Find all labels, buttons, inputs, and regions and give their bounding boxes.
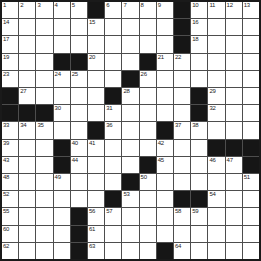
block-cell-r6c1 xyxy=(2,88,18,104)
clue-number-18: 18 xyxy=(192,36,198,43)
grid-cell-r7c4[interactable]: 30 xyxy=(54,105,70,121)
clue-number-56: 56 xyxy=(89,208,95,215)
grid-cell-r15c6[interactable]: 63 xyxy=(88,243,104,259)
clue-number-1: 1 xyxy=(3,2,6,9)
grid-cell-r4c8[interactable] xyxy=(122,54,138,70)
block-cell-r12c12 xyxy=(191,191,207,207)
grid-cell-r15c3[interactable] xyxy=(36,243,52,259)
crossword-board: 1234567891011121314151617181920212223242… xyxy=(0,0,261,261)
grid-cell-r2c14[interactable] xyxy=(226,19,242,35)
block-cell-r2c11 xyxy=(174,19,190,35)
grid-cell-r6c11[interactable] xyxy=(174,88,190,104)
grid-cell-r14c15[interactable] xyxy=(243,226,259,242)
grid-cell-r7c6[interactable] xyxy=(88,105,104,121)
grid-cell-r13c9[interactable] xyxy=(140,208,156,224)
grid-cell-r1c12[interactable]: 10 xyxy=(191,2,207,18)
grid-cell-r3c13[interactable] xyxy=(208,36,224,52)
grid-cell-r8c2[interactable]: 34 xyxy=(19,122,35,138)
clue-number-20: 20 xyxy=(89,54,95,61)
clue-number-52: 52 xyxy=(3,191,9,198)
grid-cell-r10c10[interactable]: 45 xyxy=(157,157,173,173)
grid-cell-r1c3[interactable]: 3 xyxy=(36,2,52,18)
grid-cell-r10c1[interactable]: 43 xyxy=(2,157,18,173)
grid-cell-r2c5[interactable] xyxy=(71,19,87,35)
grid-cell-r2c10[interactable] xyxy=(157,19,173,35)
grid-cell-r5c10[interactable] xyxy=(157,71,173,87)
grid-cell-r6c15[interactable] xyxy=(243,88,259,104)
clue-number-27: 27 xyxy=(20,88,26,95)
grid-cell-r1c9[interactable]: 8 xyxy=(140,2,156,18)
block-cell-r1c11 xyxy=(174,2,190,18)
block-cell-r12c7 xyxy=(105,191,121,207)
grid-cell-r3c1[interactable]: 17 xyxy=(2,36,18,52)
clue-number-64: 64 xyxy=(175,243,181,250)
block-cell-r10c15 xyxy=(243,157,259,173)
grid-cell-r7c8[interactable] xyxy=(122,105,138,121)
grid-cell-r5c2[interactable] xyxy=(19,71,35,87)
grid-cell-r9c6[interactable]: 41 xyxy=(88,140,104,156)
block-cell-r9c14 xyxy=(226,140,242,156)
grid-cell-r5c6[interactable] xyxy=(88,71,104,87)
clue-number-15: 15 xyxy=(89,19,95,26)
grid-cell-r7c7[interactable]: 31 xyxy=(105,105,121,121)
clue-number-29: 29 xyxy=(209,88,215,95)
grid-cell-r14c8[interactable] xyxy=(122,226,138,242)
grid-cell-r10c8[interactable] xyxy=(122,157,138,173)
grid-cell-r15c2[interactable] xyxy=(19,243,35,259)
grid-cell-r13c12[interactable]: 59 xyxy=(191,208,207,224)
block-cell-r13c5 xyxy=(71,208,87,224)
grid-cell-r2c13[interactable] xyxy=(208,19,224,35)
clue-number-31: 31 xyxy=(106,105,112,112)
clue-number-34: 34 xyxy=(20,122,26,129)
clue-number-46: 46 xyxy=(209,157,215,164)
grid-cell-r14c4[interactable] xyxy=(54,226,70,242)
grid-cell-r12c2[interactable] xyxy=(19,191,35,207)
grid-cell-r9c3[interactable] xyxy=(36,140,52,156)
block-cell-r15c10 xyxy=(157,243,173,259)
grid-cell-r5c12[interactable] xyxy=(191,71,207,87)
clue-number-59: 59 xyxy=(192,208,198,215)
grid-cell-r3c5[interactable] xyxy=(71,36,87,52)
block-cell-r9c15 xyxy=(243,140,259,156)
clue-number-10: 10 xyxy=(192,2,198,9)
grid-cell-r1c7[interactable]: 6 xyxy=(105,2,121,18)
grid-cell-r5c9[interactable]: 26 xyxy=(140,71,156,87)
grid-cell-r4c6[interactable]: 20 xyxy=(88,54,104,70)
grid-cell-r13c2[interactable] xyxy=(19,208,35,224)
clue-number-41: 41 xyxy=(89,140,95,147)
grid-cell-r15c14[interactable] xyxy=(226,243,242,259)
grid-cell-r12c1[interactable]: 52 xyxy=(2,191,18,207)
grid-cell-r15c15[interactable] xyxy=(243,243,259,259)
grid-cell-r11c13[interactable] xyxy=(208,174,224,190)
grid-cell-r12c14[interactable] xyxy=(226,191,242,207)
block-cell-r9c13 xyxy=(208,140,224,156)
block-cell-r4c9 xyxy=(140,54,156,70)
grid-cell-r9c1[interactable]: 39 xyxy=(2,140,18,156)
grid-cell-r14c11[interactable] xyxy=(174,226,190,242)
grid-cell-r2c3[interactable] xyxy=(36,19,52,35)
grid-cell-r12c6[interactable] xyxy=(88,191,104,207)
grid-cell-r7c10[interactable] xyxy=(157,105,173,121)
clue-number-19: 19 xyxy=(3,54,9,61)
clue-number-33: 33 xyxy=(3,122,9,129)
clue-number-7: 7 xyxy=(123,2,126,9)
grid-cell-r2c1[interactable]: 14 xyxy=(2,19,18,35)
clue-number-21: 21 xyxy=(158,54,164,61)
grid-cell-r9c12[interactable] xyxy=(191,140,207,156)
clue-number-61: 61 xyxy=(89,226,95,233)
grid-cell-r2c15[interactable] xyxy=(243,19,259,35)
block-cell-r10c9 xyxy=(140,157,156,173)
grid-cell-r13c10[interactable] xyxy=(157,208,173,224)
grid-cell-r1c13[interactable]: 11 xyxy=(208,2,224,18)
grid-cell-r13c14[interactable] xyxy=(226,208,242,224)
grid-cell-r1c1[interactable]: 1 xyxy=(2,2,18,18)
block-cell-r11c8 xyxy=(122,174,138,190)
grid-cell-r10c5[interactable]: 44 xyxy=(71,157,87,173)
grid-cell-r13c7[interactable]: 57 xyxy=(105,208,121,224)
grid-cell-r14c6[interactable]: 61 xyxy=(88,226,104,242)
grid-cell-r2c7[interactable] xyxy=(105,19,121,35)
grid-cell-r7c9[interactable] xyxy=(140,105,156,121)
grid-cell-r9c9[interactable] xyxy=(140,140,156,156)
grid-cell-r6c8[interactable]: 28 xyxy=(122,88,138,104)
grid-cell-r7c13[interactable]: 32 xyxy=(208,105,224,121)
grid-cell-r11c11[interactable] xyxy=(174,174,190,190)
clue-number-43: 43 xyxy=(3,157,9,164)
grid-cell-r2c8[interactable] xyxy=(122,19,138,35)
grid-cell-r6c14[interactable] xyxy=(226,88,242,104)
grid-cell-r5c1[interactable]: 23 xyxy=(2,71,18,87)
grid-cell-r4c15[interactable] xyxy=(243,54,259,70)
clue-number-8: 8 xyxy=(141,2,144,9)
grid-cell-r9c10[interactable]: 42 xyxy=(157,140,173,156)
clue-number-38: 38 xyxy=(192,122,198,129)
grid-cell-r9c8[interactable] xyxy=(122,140,138,156)
grid-cell-r3c15[interactable] xyxy=(243,36,259,52)
grid-cell-r4c14[interactable] xyxy=(226,54,242,70)
grid-cell-r6c10[interactable] xyxy=(157,88,173,104)
grid-cell-r11c9[interactable]: 50 xyxy=(140,174,156,190)
clue-number-55: 55 xyxy=(3,208,9,215)
grid-cell-r4c13[interactable] xyxy=(208,54,224,70)
clue-number-44: 44 xyxy=(72,157,78,164)
clue-number-12: 12 xyxy=(227,2,233,9)
grid-cell-r13c1[interactable]: 55 xyxy=(2,208,18,224)
grid-cell-r8c3[interactable]: 35 xyxy=(36,122,52,138)
grid-cell-r10c14[interactable]: 47 xyxy=(226,157,242,173)
grid-cell-r15c13[interactable] xyxy=(208,243,224,259)
clue-number-2: 2 xyxy=(20,2,23,9)
grid-cell-r3c7[interactable] xyxy=(105,36,121,52)
grid-cell-r2c12[interactable]: 16 xyxy=(191,19,207,35)
grid-cell-r13c4[interactable] xyxy=(54,208,70,224)
grid-cell-r5c5[interactable]: 25 xyxy=(71,71,87,87)
grid-cell-r6c2[interactable]: 27 xyxy=(19,88,35,104)
grid-cell-r1c15[interactable]: 13 xyxy=(243,2,259,18)
clue-number-11: 11 xyxy=(209,2,215,9)
grid-cell-r1c5[interactable]: 5 xyxy=(71,2,87,18)
block-cell-r4c4 xyxy=(54,54,70,70)
block-cell-r12c11 xyxy=(174,191,190,207)
grid-cell-r12c3[interactable] xyxy=(36,191,52,207)
grid-cell-r2c6[interactable]: 15 xyxy=(88,19,104,35)
grid-cell-r7c15[interactable] xyxy=(243,105,259,121)
grid-cell-r14c3[interactable] xyxy=(36,226,52,242)
grid-cell-r9c2[interactable] xyxy=(19,140,35,156)
grid-cell-r8c5[interactable] xyxy=(71,122,87,138)
grid-cell-r3c4[interactable] xyxy=(54,36,70,52)
grid-cell-r12c13[interactable]: 54 xyxy=(208,191,224,207)
clue-number-37: 37 xyxy=(175,122,181,129)
grid-cell-r2c2[interactable] xyxy=(19,19,35,35)
grid-cell-r2c9[interactable] xyxy=(140,19,156,35)
grid-cell-r8c11[interactable]: 37 xyxy=(174,122,190,138)
clue-number-3: 3 xyxy=(37,2,40,9)
grid-cell-r8c15[interactable] xyxy=(243,122,259,138)
grid-cell-r9c7[interactable] xyxy=(105,140,121,156)
block-cell-r8c10 xyxy=(157,122,173,138)
grid-cell-r1c2[interactable]: 2 xyxy=(19,2,35,18)
grid-cell-r3c14[interactable] xyxy=(226,36,242,52)
clue-number-42: 42 xyxy=(158,140,164,147)
clue-number-58: 58 xyxy=(175,208,181,215)
grid-cell-r14c2[interactable] xyxy=(19,226,35,242)
grid-cell-r3c6[interactable] xyxy=(88,36,104,52)
clue-number-28: 28 xyxy=(123,88,129,95)
clue-number-22: 22 xyxy=(175,54,181,61)
clue-number-4: 4 xyxy=(55,2,58,9)
grid-cell-r15c1[interactable]: 62 xyxy=(2,243,18,259)
grid-cell-r13c11[interactable]: 58 xyxy=(174,208,190,224)
grid-cell-r6c6[interactable] xyxy=(88,88,104,104)
grid-cell-r11c2[interactable] xyxy=(19,174,35,190)
grid-cell-r10c2[interactable] xyxy=(19,157,35,173)
clue-number-26: 26 xyxy=(141,71,147,78)
clue-number-57: 57 xyxy=(106,208,112,215)
clue-number-62: 62 xyxy=(3,243,9,250)
clue-number-32: 32 xyxy=(209,105,215,112)
block-cell-r9c4 xyxy=(54,140,70,156)
grid-cell-r1c10[interactable]: 9 xyxy=(157,2,173,18)
grid-cell-r14c14[interactable] xyxy=(226,226,242,242)
grid-cell-r10c3[interactable] xyxy=(36,157,52,173)
grid-cell-r12c15[interactable] xyxy=(243,191,259,207)
grid-cell-r5c11[interactable] xyxy=(174,71,190,87)
grid-cell-r7c5[interactable] xyxy=(71,105,87,121)
block-cell-r10c4 xyxy=(54,157,70,173)
grid-cell-r4c2[interactable] xyxy=(19,54,35,70)
grid-cell-r6c9[interactable] xyxy=(140,88,156,104)
grid-cell-r14c10[interactable] xyxy=(157,226,173,242)
grid-cell-r8c1[interactable]: 33 xyxy=(2,122,18,138)
grid-cell-r13c3[interactable] xyxy=(36,208,52,224)
grid-cell-r13c15[interactable] xyxy=(243,208,259,224)
block-cell-r6c7 xyxy=(105,88,121,104)
grid-cell-r11c12[interactable] xyxy=(191,174,207,190)
grid-cell-r10c11[interactable] xyxy=(174,157,190,173)
grid-cell-r4c3[interactable] xyxy=(36,54,52,70)
grid-cell-r12c10[interactable] xyxy=(157,191,173,207)
clue-number-35: 35 xyxy=(37,122,43,129)
grid-cell-r3c3[interactable] xyxy=(36,36,52,52)
grid-cell-r9c5[interactable]: 40 xyxy=(71,140,87,156)
grid-cell-r15c8[interactable] xyxy=(122,243,138,259)
grid-cell-r3c9[interactable] xyxy=(140,36,156,52)
clue-number-40: 40 xyxy=(72,140,78,147)
grid-cell-r14c1[interactable]: 60 xyxy=(2,226,18,242)
grid-cell-r13c6[interactable]: 56 xyxy=(88,208,104,224)
block-cell-r4c5 xyxy=(71,54,87,70)
grid-cell-r4c7[interactable] xyxy=(105,54,121,70)
grid-cell-r14c13[interactable] xyxy=(208,226,224,242)
block-cell-r14c5 xyxy=(71,226,87,242)
clue-number-24: 24 xyxy=(55,71,61,78)
grid-cell-r10c13[interactable]: 46 xyxy=(208,157,224,173)
grid-cell-r13c8[interactable] xyxy=(122,208,138,224)
grid-cell-r8c8[interactable] xyxy=(122,122,138,138)
grid-cell-r11c14[interactable] xyxy=(226,174,242,190)
grid-cell-r5c3[interactable] xyxy=(36,71,52,87)
clue-number-5: 5 xyxy=(72,2,75,9)
grid-cell-r5c7[interactable] xyxy=(105,71,121,87)
grid-cell-r8c9[interactable] xyxy=(140,122,156,138)
grid-cell-r1c8[interactable]: 7 xyxy=(122,2,138,18)
grid-cell-r13c13[interactable] xyxy=(208,208,224,224)
block-cell-r7c1 xyxy=(2,105,18,121)
clue-number-50: 50 xyxy=(141,174,147,181)
grid-cell-r5c15[interactable] xyxy=(243,71,259,87)
grid-cell-r4c10[interactable]: 21 xyxy=(157,54,173,70)
grid-cell-r12c9[interactable] xyxy=(140,191,156,207)
block-cell-r3c11 xyxy=(174,36,190,52)
clue-number-6: 6 xyxy=(106,2,109,9)
clue-number-54: 54 xyxy=(209,191,215,198)
grid-cell-r8c12[interactable]: 38 xyxy=(191,122,207,138)
block-cell-r7c12 xyxy=(191,105,207,121)
clue-number-45: 45 xyxy=(158,157,164,164)
clue-number-25: 25 xyxy=(72,71,78,78)
grid-cell-r4c12[interactable] xyxy=(191,54,207,70)
grid-cell-r10c12[interactable] xyxy=(191,157,207,173)
grid-cell-r10c6[interactable] xyxy=(88,157,104,173)
grid-cell-r3c8[interactable] xyxy=(122,36,138,52)
grid-cell-r15c4[interactable] xyxy=(54,243,70,259)
block-cell-r8c6 xyxy=(88,122,104,138)
clue-number-13: 13 xyxy=(244,2,250,9)
grid-cell-r14c12[interactable] xyxy=(191,226,207,242)
grid-cell-r5c13[interactable] xyxy=(208,71,224,87)
grid-cell-r11c15[interactable]: 51 xyxy=(243,174,259,190)
grid-cell-r6c4[interactable] xyxy=(54,88,70,104)
grid-cell-r8c4[interactable] xyxy=(54,122,70,138)
clue-number-63: 63 xyxy=(89,243,95,250)
grid-cell-r11c7[interactable] xyxy=(105,174,121,190)
grid-cell-r15c9[interactable] xyxy=(140,243,156,259)
grid-cell-r7c14[interactable] xyxy=(226,105,242,121)
grid-cell-r7c11[interactable] xyxy=(174,105,190,121)
clue-number-49: 49 xyxy=(55,174,61,181)
grid-cell-r8c14[interactable] xyxy=(226,122,242,138)
clue-number-51: 51 xyxy=(244,174,250,181)
clue-number-60: 60 xyxy=(3,226,9,233)
clue-number-14: 14 xyxy=(3,19,9,26)
grid-cell-r4c1[interactable]: 19 xyxy=(2,54,18,70)
grid-cell-r11c4[interactable]: 49 xyxy=(54,174,70,190)
grid-cell-r3c10[interactable] xyxy=(157,36,173,52)
clue-number-16: 16 xyxy=(192,19,198,26)
block-cell-r7c2 xyxy=(19,105,35,121)
clue-number-23: 23 xyxy=(3,71,9,78)
grid-cell-r1c4[interactable]: 4 xyxy=(54,2,70,18)
grid-cell-r1c14[interactable]: 12 xyxy=(226,2,242,18)
grid-cell-r11c10[interactable] xyxy=(157,174,173,190)
grid-cell-r4c11[interactable]: 22 xyxy=(174,54,190,70)
grid-cell-r12c4[interactable] xyxy=(54,191,70,207)
grid-cell-r12c8[interactable]: 53 xyxy=(122,191,138,207)
grid-cell-r8c13[interactable] xyxy=(208,122,224,138)
clue-number-36: 36 xyxy=(106,122,112,129)
grid-cell-r3c2[interactable] xyxy=(19,36,35,52)
clue-number-17: 17 xyxy=(3,36,9,43)
clue-number-9: 9 xyxy=(158,2,161,9)
block-cell-r7c3 xyxy=(36,105,52,121)
grid-cell-r15c7[interactable] xyxy=(105,243,121,259)
clue-number-39: 39 xyxy=(3,140,9,147)
grid-cell-r5c4[interactable]: 24 xyxy=(54,71,70,87)
grid-cell-r2c4[interactable] xyxy=(54,19,70,35)
block-cell-r15c5 xyxy=(71,243,87,259)
grid-cell-r9c11[interactable] xyxy=(174,140,190,156)
grid-cell-r14c9[interactable] xyxy=(140,226,156,242)
clue-number-48: 48 xyxy=(3,174,9,181)
grid-cell-r6c13[interactable]: 29 xyxy=(208,88,224,104)
block-cell-r6c12 xyxy=(191,88,207,104)
grid-cell-r5c14[interactable] xyxy=(226,71,242,87)
grid-cell-r10c7[interactable] xyxy=(105,157,121,173)
grid-cell-r15c12[interactable] xyxy=(191,243,207,259)
clue-number-47: 47 xyxy=(227,157,233,164)
grid-cell-r12c5[interactable] xyxy=(71,191,87,207)
grid-cell-r8c7[interactable]: 36 xyxy=(105,122,121,138)
grid-cell-r11c3[interactable] xyxy=(36,174,52,190)
grid-cell-r15c11[interactable]: 64 xyxy=(174,243,190,259)
clue-number-53: 53 xyxy=(123,191,129,198)
grid-cell-r11c5[interactable] xyxy=(71,174,87,190)
grid-cell-r11c6[interactable] xyxy=(88,174,104,190)
grid-cell-r14c7[interactable] xyxy=(105,226,121,242)
block-cell-r5c8 xyxy=(122,71,138,87)
grid-cell-r6c5[interactable] xyxy=(71,88,87,104)
grid-cell-r3c12[interactable]: 18 xyxy=(191,36,207,52)
grid-cell-r11c1[interactable]: 48 xyxy=(2,174,18,190)
grid-cell-r6c3[interactable] xyxy=(36,88,52,104)
block-cell-r1c6 xyxy=(88,2,104,18)
clue-number-30: 30 xyxy=(55,105,61,112)
